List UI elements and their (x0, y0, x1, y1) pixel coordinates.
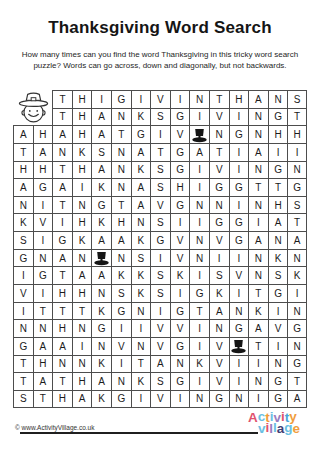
grid-cell-letter[interactable]: T (72, 302, 92, 320)
grid-cell-letter[interactable]: K (72, 143, 92, 161)
grid-cell-letter[interactable]: I (287, 284, 307, 302)
grid-cell-letter[interactable]: T (52, 302, 72, 320)
grid-cell-letter[interactable]: N (72, 196, 92, 214)
grid-cell-letter[interactable]: V (33, 213, 53, 231)
grid-cell-letter[interactable]: G (170, 196, 190, 214)
grid-cell-letter[interactable]: T (13, 372, 33, 390)
grid-cell-letter[interactable]: T (189, 302, 209, 320)
grid-cell-letter[interactable]: N (268, 355, 288, 373)
grid-cell-letter[interactable]: I (268, 143, 288, 161)
grid-cell-letter[interactable]: V (268, 319, 288, 337)
grid-cell-letter[interactable]: S (150, 266, 170, 284)
grid-cell-letter[interactable]: I (111, 355, 131, 373)
grid-cell-letter[interactable]: K (13, 213, 33, 231)
grid-cell-letter[interactable]: V (150, 196, 170, 214)
grid-cell-letter[interactable]: H (287, 125, 307, 143)
grid-cell-letter[interactable]: I (13, 266, 33, 284)
grid-cell-letter[interactable]: N (189, 196, 209, 214)
grid-cell-letter[interactable]: A (33, 372, 53, 390)
grid-cell-letter[interactable]: H (229, 90, 249, 108)
grid-cell-letter[interactable]: T (131, 355, 151, 373)
grid-cell-letter[interactable]: H (33, 125, 53, 143)
grid-cell-letter[interactable]: S (268, 266, 288, 284)
grid-cell-letter[interactable]: V (209, 337, 229, 355)
grid-cell-letter[interactable]: I (13, 302, 33, 320)
grid-cell-letter[interactable]: N (189, 249, 209, 267)
grid-cell-letter[interactable]: H (13, 161, 33, 179)
grid-cell-letter[interactable]: K (72, 231, 92, 249)
grid-cell-letter[interactable]: K (111, 266, 131, 284)
grid-cell-letter[interactable]: I (170, 90, 190, 108)
grid-cell-letter[interactable]: K (131, 108, 151, 126)
grid-cell-letter[interactable]: T (52, 108, 72, 126)
grid-cell-letter[interactable]: N (33, 249, 53, 267)
grid-cell-letter[interactable]: A (248, 231, 268, 249)
grid-cell-letter[interactable]: V (209, 161, 229, 179)
grid-cell-letter[interactable]: G (13, 249, 33, 267)
grid-cell-letter[interactable]: G (268, 390, 288, 408)
grid-cell-letter[interactable]: A (209, 302, 229, 320)
grid-cell-letter[interactable]: N (229, 390, 249, 408)
grid-cell-letter[interactable]: G (150, 231, 170, 249)
grid-cell-letter[interactable]: H (72, 125, 92, 143)
grid-cell-letter[interactable]: A (52, 178, 72, 196)
grid-cell-letter[interactable]: A (91, 125, 111, 143)
grid-cell-letter[interactable]: S (150, 108, 170, 126)
grid-cell-letter[interactable]: I (170, 213, 190, 231)
grid-cell-letter[interactable]: A (248, 319, 268, 337)
grid-cell-letter[interactable]: V (170, 231, 190, 249)
pilgrim-hat-icon (229, 337, 249, 355)
grid-cell-letter[interactable]: H (33, 161, 53, 179)
grid-cell-letter[interactable]: N (111, 161, 131, 179)
grid-cell-letter[interactable]: T (52, 372, 72, 390)
grid-cell-letter[interactable]: N (52, 355, 72, 373)
grid-cell-letter[interactable]: N (209, 125, 229, 143)
grid-cell-letter[interactable]: A (91, 372, 111, 390)
grid-cell-letter[interactable]: T (248, 178, 268, 196)
footer-divider (20, 432, 258, 434)
grid-cell-letter[interactable]: V (13, 284, 33, 302)
grid-cell-letter[interactable]: G (170, 143, 190, 161)
grid-cell-letter[interactable]: K (131, 284, 151, 302)
grid-cell-letter[interactable]: I (150, 249, 170, 267)
grid-cell-letter[interactable]: I (287, 143, 307, 161)
grid-cell-letter[interactable]: K (189, 355, 209, 373)
grid-cell-letter[interactable]: A (91, 266, 111, 284)
grid-cell-letter[interactable]: A (287, 390, 307, 408)
grid-cell-letter[interactable]: A (287, 231, 307, 249)
grid-cell-letter[interactable]: H (111, 213, 131, 231)
grid-cell-letter[interactable]: T (268, 178, 288, 196)
grid-cell-letter[interactable]: G (170, 372, 190, 390)
grid-cell-letter[interactable]: N (33, 319, 53, 337)
grid-cell-letter[interactable]: N (229, 302, 249, 320)
grid-cell-letter[interactable]: N (287, 337, 307, 355)
grid-cell-letter[interactable]: G (170, 108, 190, 126)
grid-cell-letter[interactable]: N (287, 302, 307, 320)
grid-cell-letter[interactable]: V (111, 337, 131, 355)
grid-cell-letter[interactable]: G (268, 372, 288, 390)
grid-cell-letter[interactable]: N (209, 196, 229, 214)
grid-cell-letter[interactable]: I (229, 249, 249, 267)
grid-cell-letter[interactable]: I (170, 284, 190, 302)
grid-cell-letter[interactable]: G (52, 231, 72, 249)
grid-cell-letter[interactable]: A (52, 249, 72, 267)
grid-cell-letter[interactable]: V (170, 319, 190, 337)
grid-cell-letter[interactable]: I (189, 178, 209, 196)
grid-cell-letter[interactable]: N (189, 90, 209, 108)
grid-cell-letter[interactable]: I (72, 337, 92, 355)
grid-cell-letter[interactable]: N (170, 355, 190, 373)
grid-cell-letter[interactable]: H (268, 196, 288, 214)
grid-cell-letter[interactable]: N (189, 390, 209, 408)
grid-cell-letter[interactable]: G (209, 390, 229, 408)
grid-cell-letter[interactable]: N (72, 319, 92, 337)
grid-cell-letter[interactable]: A (248, 143, 268, 161)
grid-cell-letter[interactable]: I (229, 372, 249, 390)
grid-cell-letter[interactable]: T (150, 143, 170, 161)
grid-cell-letter[interactable]: G (287, 178, 307, 196)
grid-cell-letter[interactable]: K (131, 372, 151, 390)
grid-cell-letter[interactable]: N (248, 125, 268, 143)
grid-cell-letter[interactable]: S (150, 284, 170, 302)
grid-cell-letter[interactable]: A (268, 213, 288, 231)
grid-cell-letter[interactable]: I (189, 319, 209, 337)
grid-cell-letter[interactable]: A (131, 178, 151, 196)
grid-cell-letter[interactable]: N (189, 231, 209, 249)
grid-cell-letter[interactable]: T (248, 284, 268, 302)
grid-cell-letter[interactable]: S (150, 178, 170, 196)
grid-cell-letter[interactable]: V (150, 390, 170, 408)
grid-cell-letter[interactable]: V (150, 319, 170, 337)
grid-cell-letter[interactable]: N (268, 231, 288, 249)
grid-cell-letter[interactable]: T (209, 143, 229, 161)
grid-cell-letter[interactable]: G (229, 178, 249, 196)
grid-cell-letter[interactable]: I (131, 390, 151, 408)
grid-cell-letter[interactable]: S (13, 231, 33, 249)
grid-cell-letter[interactable]: S (209, 266, 229, 284)
grid-cell-letter[interactable]: N (131, 337, 151, 355)
grid-cell-letter[interactable]: T (287, 372, 307, 390)
grid-cell-letter[interactable]: I (229, 161, 249, 179)
grid-cell-letter[interactable]: I (189, 337, 209, 355)
grid-cell-letter[interactable]: G (268, 108, 288, 126)
word-search-grid: THIGIVINTHANSTHANKSGIVINGTAHAHATGIVNGNHH… (13, 90, 307, 408)
grid-cell-letter[interactable]: G (287, 319, 307, 337)
grid-cell-letter[interactable]: G (91, 196, 111, 214)
grid-cell-letter[interactable]: K (91, 178, 111, 196)
grid-cell-letter[interactable]: G (268, 284, 288, 302)
grid-cell-letter[interactable]: S (287, 90, 307, 108)
grid-cell-letter[interactable]: G (287, 355, 307, 373)
grid-cell-letter[interactable]: K (248, 302, 268, 320)
grid-cell-letter[interactable]: K (91, 213, 111, 231)
grid-cell-letter[interactable]: G (170, 337, 190, 355)
grid-cell-letter[interactable]: I (52, 213, 72, 231)
grid-cell-letter[interactable]: A (111, 231, 131, 249)
grid-cell-letter[interactable]: V (170, 125, 190, 143)
grid-cell-letter[interactable]: T (248, 337, 268, 355)
grid-cell-letter[interactable]: G (229, 125, 249, 143)
activity-village-logo: Activity village (248, 411, 312, 435)
grid-cell-letter[interactable]: H (52, 319, 72, 337)
grid-cell-letter[interactable]: V (150, 337, 170, 355)
grid-cell-letter[interactable]: H (72, 213, 92, 231)
pilgrim-icon (14, 90, 53, 125)
grid-cell-letter[interactable]: A (13, 178, 33, 196)
page-title: Thanksgiving Word Search (0, 18, 320, 38)
logo-letter: A (248, 411, 258, 424)
grid-cell-letter[interactable]: K (131, 231, 151, 249)
grid-cell-letter[interactable]: A (72, 266, 92, 284)
grid-cell-letter[interactable]: N (287, 249, 307, 267)
grid-cell-letter[interactable]: N (111, 372, 131, 390)
grid-cell-letter[interactable]: A (91, 161, 111, 179)
grid-cell-letter[interactable]: S (150, 213, 170, 231)
grid-cell-letter[interactable]: V (209, 108, 229, 126)
grid-cell-letter[interactable]: T (33, 390, 53, 408)
grid-cell-letter[interactable]: I (111, 319, 131, 337)
grid-cell-letter[interactable]: N (13, 196, 33, 214)
grid-cell-letter[interactable]: I (189, 372, 209, 390)
grid-cell-letter[interactable]: I (268, 337, 288, 355)
grid-cell-letter[interactable]: G (229, 213, 249, 231)
grid-cell-letter[interactable]: I (229, 284, 249, 302)
grid-cell-letter[interactable]: G (111, 390, 131, 408)
grid-cell-letter[interactable]: N (52, 143, 72, 161)
instructions-line2: puzzle? Words can go across, down and di… (0, 60, 320, 71)
grid-cell-letter[interactable]: T (111, 125, 131, 143)
grid-cell-letter[interactable]: V (150, 90, 170, 108)
grid-cell-letter[interactable]: N (111, 249, 131, 267)
instructions-line1: How many times can you find the word Tha… (0, 49, 320, 60)
grid-cell-letter[interactable]: N (72, 249, 92, 267)
grid-cell-letter[interactable]: A (33, 337, 53, 355)
grid-cell-letter[interactable]: G (111, 90, 131, 108)
grid-cell-letter[interactable]: A (52, 337, 72, 355)
grid-cell-letter[interactable]: T (33, 302, 53, 320)
grid-cell-letter[interactable]: K (131, 266, 151, 284)
grid-cell-letter[interactable]: G (209, 178, 229, 196)
grid-cell-letter[interactable]: G (131, 125, 151, 143)
grid-cell-letter[interactable]: I (248, 355, 268, 373)
grid-cell-letter[interactable]: V (229, 266, 249, 284)
grid-cell-letter[interactable]: V (209, 231, 229, 249)
grid-cell-letter[interactable]: N (111, 178, 131, 196)
grid-cell-letter[interactable]: T (209, 90, 229, 108)
grid-cell-letter[interactable]: S (150, 372, 170, 390)
grid-cell-letter[interactable]: H (72, 90, 92, 108)
grid-cell-letter[interactable]: I (189, 161, 209, 179)
grid-cell-letter[interactable]: T (52, 266, 72, 284)
grid-cell-letter[interactable]: I (229, 196, 249, 214)
grid-cell-letter[interactable]: K (91, 355, 111, 373)
logo-letter: l (273, 421, 277, 434)
logo-letter: g (284, 421, 292, 434)
grid-cell-letter[interactable]: A (91, 108, 111, 126)
grid-cell-letter[interactable]: G (170, 161, 190, 179)
grid-cell-letter[interactable]: T (52, 161, 72, 179)
grid-cell-letter[interactable]: K (91, 390, 111, 408)
grid-cell-letter[interactable]: N (131, 302, 151, 320)
grid-cell-letter[interactable]: N (248, 249, 268, 267)
grid-cell-letter[interactable]: I (268, 302, 288, 320)
grid-cell-letter[interactable]: V (209, 372, 229, 390)
grid-cell-letter[interactable]: T (13, 143, 33, 161)
grid-cell-letter[interactable]: K (131, 161, 151, 179)
grid-cell-letter[interactable]: A (72, 390, 92, 408)
grid-cell-letter[interactable]: N (72, 355, 92, 373)
grid-cell-letter[interactable]: S (111, 284, 131, 302)
grid-cell-letter[interactable]: I (189, 266, 209, 284)
grid-cell-letter[interactable]: G (111, 302, 131, 320)
grid-cell-letter[interactable]: A (189, 143, 209, 161)
grid-cell-letter[interactable]: I (72, 178, 92, 196)
grid-cell-letter[interactable]: G (170, 302, 190, 320)
grid-cell-letter[interactable]: I (33, 231, 53, 249)
grid-cell-letter[interactable]: S (91, 143, 111, 161)
grid-cell-letter[interactable]: I (189, 213, 209, 231)
grid-cell-letter[interactable]: N (248, 161, 268, 179)
grid-cell-letter[interactable]: N (131, 213, 151, 231)
instructions: How many times can you find the word Tha… (0, 49, 320, 71)
grid-cell-letter[interactable]: K (287, 266, 307, 284)
grid-cell-letter[interactable]: G (33, 178, 53, 196)
grid-cell-letter[interactable]: A (248, 90, 268, 108)
grid-cell-letter[interactable]: I (150, 125, 170, 143)
grid-cell-letter[interactable]: I (209, 249, 229, 267)
grid-cell-letter[interactable]: A (91, 231, 111, 249)
grid-cell-letter[interactable]: A (150, 355, 170, 373)
grid-cell-letter[interactable]: I (170, 390, 190, 408)
grid-cell-letter[interactable]: N (287, 161, 307, 179)
grid-cell-letter[interactable]: N (268, 90, 288, 108)
grid-cell-letter[interactable]: T (52, 90, 72, 108)
grid-cell-letter[interactable]: S (13, 390, 33, 408)
grid-cell-letter[interactable]: N (111, 143, 131, 161)
grid-cell-letter[interactable]: I (229, 355, 249, 373)
grid-cell-letter[interactable]: H (72, 108, 92, 126)
grid-cell-letter[interactable]: T (287, 108, 307, 126)
grid-cell-letter[interactable]: I (131, 319, 151, 337)
grid-cell-letter[interactable]: I (229, 143, 249, 161)
grid-cell-letter[interactable]: A (131, 196, 151, 214)
logo-letter: i (266, 421, 270, 434)
grid-cell-letter[interactable]: K (91, 302, 111, 320)
grid-cell-letter[interactable]: V (209, 355, 229, 373)
grid-cell-letter[interactable]: I (189, 108, 209, 126)
grid-cell-letter[interactable]: S (131, 249, 151, 267)
grid-cell-letter[interactable]: I (248, 213, 268, 231)
copyright-link[interactable]: © www.ActivityVillage.co.uk (15, 424, 94, 431)
grid-cell-letter[interactable]: T (111, 196, 131, 214)
grid-cell-letter[interactable]: T (287, 213, 307, 231)
grid-cell-letter[interactable]: H (52, 390, 72, 408)
grid-cell-letter[interactable]: K (209, 284, 229, 302)
grid-cell-letter[interactable]: A (33, 143, 53, 161)
grid-cell-letter[interactable]: G (33, 266, 53, 284)
grid-cell-letter[interactable]: I (131, 90, 151, 108)
grid-cell-letter[interactable]: H (170, 178, 190, 196)
pilgrim-hat-icon (91, 249, 111, 267)
grid-cell-letter[interactable]: A (52, 125, 72, 143)
grid-cell-letter[interactable]: K (170, 266, 190, 284)
grid-cell-letter[interactable]: G (268, 161, 288, 179)
grid-cell-letter[interactable]: S (150, 161, 170, 179)
grid-cell-letter[interactable]: H (72, 372, 92, 390)
grid-cell-letter[interactable]: I (33, 196, 53, 214)
grid-cell-letter[interactable]: G (209, 213, 229, 231)
grid-cell-letter[interactable]: A (131, 143, 151, 161)
grid-cell-letter[interactable]: H (33, 355, 53, 373)
grid-cell-letter[interactable]: N (91, 284, 111, 302)
grid-cell-letter[interactable]: G (91, 319, 111, 337)
grid-cell-letter[interactable]: H (52, 284, 72, 302)
grid-cell-letter[interactable]: N (91, 337, 111, 355)
grid-cell-letter[interactable]: I (150, 302, 170, 320)
grid-cell-letter[interactable]: N (248, 266, 268, 284)
grid-cell-letter[interactable]: H (72, 284, 92, 302)
grid-cell-letter[interactable]: G (229, 319, 249, 337)
grid-cell-letter[interactable]: I (229, 108, 249, 126)
grid-cell-letter[interactable]: H (72, 161, 92, 179)
grid-cell-letter[interactable]: G (13, 337, 33, 355)
grid-cell-letter[interactable]: I (91, 90, 111, 108)
grid-cell-letter[interactable]: T (52, 196, 72, 214)
grid-cell-letter[interactable]: N (248, 196, 268, 214)
grid-cell-letter[interactable]: H (268, 125, 288, 143)
grid-cell-letter[interactable]: G (229, 231, 249, 249)
grid-cell-letter[interactable]: S (287, 196, 307, 214)
grid-cell-letter[interactable]: N (209, 319, 229, 337)
grid-cell-letter[interactable]: N (13, 319, 33, 337)
grid-cell-letter[interactable]: A (13, 125, 33, 143)
grid-cell-letter[interactable]: G (189, 284, 209, 302)
pilgrim-hat-icon (189, 125, 209, 143)
grid-cell-letter[interactable]: V (170, 249, 190, 267)
grid-cell-letter[interactable]: I (33, 284, 53, 302)
logo-letter: c (258, 410, 266, 423)
grid-cell-letter[interactable]: I (248, 390, 268, 408)
grid-cell-letter[interactable]: K (268, 249, 288, 267)
grid-cell-letter[interactable]: N (248, 108, 268, 126)
grid-cell-letter[interactable]: T (13, 355, 33, 373)
logo-line2: village (258, 422, 312, 435)
grid-cell-letter[interactable]: N (248, 372, 268, 390)
grid-cell-letter[interactable]: N (111, 108, 131, 126)
